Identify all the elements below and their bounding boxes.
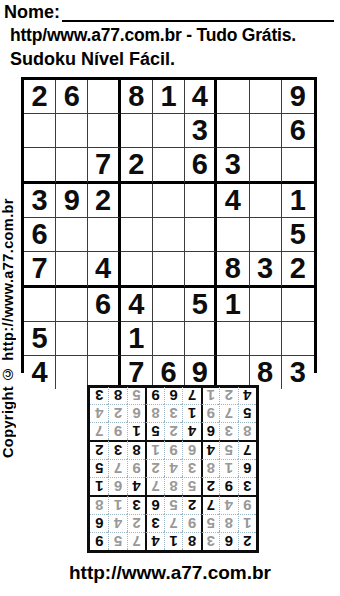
solution-cell-r9c4: 7 — [182, 387, 200, 404]
puzzle-cell-r5c9[interactable]: 5 — [282, 218, 314, 252]
solution-cell-r4c1: 3 — [238, 477, 256, 495]
puzzle-cell-r3c9[interactable] — [282, 148, 314, 184]
puzzle-cell-r8c9[interactable] — [282, 322, 314, 356]
solution-cell-r8c3: 9 — [201, 404, 219, 422]
puzzle-cell-r3c6[interactable]: 6 — [185, 148, 217, 184]
puzzle-cell-r4c6[interactable] — [185, 184, 217, 218]
puzzle-cell-r4c2[interactable]: 9 — [56, 184, 88, 218]
puzzle-cell-r7c6[interactable]: 5 — [185, 288, 217, 322]
puzzle-cell-r5c1[interactable]: 6 — [24, 218, 56, 252]
puzzle-cell-r2c2[interactable] — [56, 114, 88, 148]
solution-cell-r8c1: 5 — [238, 404, 256, 422]
solution-cell-r6c3: 4 — [201, 440, 219, 459]
solution-cell-r8c9: 4 — [90, 404, 108, 422]
solution-cell-r2c6: 3 — [145, 514, 163, 532]
puzzle-cell-r8c3[interactable] — [88, 322, 120, 356]
site-title: http/www.a77.com.br - Tudo Grátis. — [10, 25, 340, 46]
solution-cell-r4c4: 5 — [182, 477, 200, 495]
solution-cell-r2c2: 8 — [219, 514, 237, 532]
solution-cell-r7c2: 3 — [219, 422, 237, 440]
solution-cell-r3c8: 1 — [108, 495, 126, 514]
puzzle-cell-r8c7[interactable] — [217, 322, 249, 356]
solution-cell-r3c3: 7 — [201, 495, 219, 514]
puzzle-cell-r2c8[interactable] — [250, 114, 282, 148]
footer-url: http://www.a77.com.br — [0, 562, 340, 584]
puzzle-cell-r3c1[interactable] — [24, 148, 56, 184]
puzzle-cell-r3c2[interactable] — [56, 148, 88, 184]
solution-cell-r5c5: 4 — [164, 459, 182, 477]
puzzle-cell-r4c9[interactable]: 1 — [282, 184, 314, 218]
puzzle-cell-r1c1[interactable]: 2 — [24, 80, 56, 114]
puzzle-cell-r4c8[interactable] — [250, 184, 282, 218]
puzzle-cell-r1c2[interactable]: 6 — [56, 80, 88, 114]
puzzle-cell-r4c5[interactable] — [153, 184, 185, 218]
solution-cell-r7c8: 9 — [108, 422, 126, 440]
puzzle-cell-r7c9[interactable] — [282, 288, 314, 322]
solution-cell-r9c1: 4 — [238, 387, 256, 404]
puzzle-cell-r1c4[interactable]: 8 — [121, 80, 153, 114]
solution-cell-r2c5: 7 — [164, 514, 182, 532]
puzzle-cell-r5c8[interactable] — [250, 218, 282, 252]
puzzle-cell-r8c6[interactable] — [185, 322, 217, 356]
solution-cell-r6c6: 1 — [145, 440, 163, 459]
puzzle-cell-r6c4[interactable] — [121, 252, 153, 288]
sudoku-solution-grid: 2638147591859732469472563183925874616183… — [87, 385, 259, 553]
puzzle-cell-r7c7[interactable]: 1 — [217, 288, 249, 322]
solution-cell-r1c3: 3 — [201, 532, 219, 550]
name-row: Nome: — [4, 2, 334, 22]
solution-cell-r4c6: 7 — [145, 477, 163, 495]
solution-cell-r7c6: 5 — [145, 422, 163, 440]
solution-cell-r5c9: 5 — [90, 459, 108, 477]
solution-cell-r9c6: 9 — [145, 387, 163, 404]
puzzle-cell-r5c6[interactable] — [185, 218, 217, 252]
puzzle-cell-r3c8[interactable] — [250, 148, 282, 184]
solution-cell-r9c7: 5 — [127, 387, 145, 404]
solution-cell-r5c1: 6 — [238, 459, 256, 477]
puzzle-cell-r6c7[interactable]: 8 — [217, 252, 249, 288]
page-header: Nome: http/www.a77.com.br - Tudo Grátis.… — [0, 0, 340, 70]
solution-cell-r8c7: 6 — [127, 404, 145, 422]
puzzle-cell-r8c2[interactable] — [56, 322, 88, 356]
puzzle-cell-r6c2[interactable] — [56, 252, 88, 288]
solution-cell-r4c9: 1 — [90, 477, 108, 495]
puzzle-cell-r6c6[interactable] — [185, 252, 217, 288]
solution-cell-r5c4: 3 — [182, 459, 200, 477]
puzzle-cell-r6c8[interactable]: 3 — [250, 252, 282, 288]
puzzle-cell-r5c4[interactable] — [121, 218, 153, 252]
solution-cell-r7c5: 2 — [164, 422, 182, 440]
puzzle-cell-r5c7[interactable] — [217, 218, 249, 252]
puzzle-cell-r5c2[interactable] — [56, 218, 88, 252]
puzzle-cell-r4c4[interactable] — [121, 184, 153, 218]
solution-cell-r6c1: 7 — [238, 440, 256, 459]
puzzle-cell-r2c9[interactable]: 6 — [282, 114, 314, 148]
puzzle-cell-r9c2[interactable] — [56, 356, 88, 389]
puzzle-cell-r8c4[interactable]: 1 — [121, 322, 153, 356]
puzzle-cell-r6c5[interactable] — [153, 252, 185, 288]
solution-cell-r6c9: 2 — [90, 440, 108, 459]
solution-cell-r8c4: 1 — [182, 404, 200, 422]
solution-cell-r8c5: 3 — [164, 404, 182, 422]
solution-cell-r1c4: 8 — [182, 532, 200, 550]
solution-cell-r3c5: 5 — [164, 495, 182, 514]
puzzle-cell-r7c3[interactable]: 6 — [88, 288, 120, 322]
solution-cell-r8c2: 7 — [219, 404, 237, 422]
solution-cell-r5c3: 8 — [201, 459, 219, 477]
solution-cell-r2c8: 4 — [108, 514, 126, 532]
puzzle-cell-r7c5[interactable] — [153, 288, 185, 322]
solution-cell-r1c7: 7 — [127, 532, 145, 550]
puzzle-cell-r1c3[interactable] — [88, 80, 120, 114]
solution-cell-r1c2: 6 — [219, 532, 237, 550]
puzzle-cell-r4c1[interactable]: 3 — [24, 184, 56, 218]
solution-cell-r1c6: 4 — [145, 532, 163, 550]
solution-cell-r7c3: 6 — [201, 422, 219, 440]
sudoku-puzzle-grid: 268149367263392416574832645151476983 — [21, 77, 317, 373]
solution-cell-r4c2: 9 — [219, 477, 237, 495]
puzzle-cell-r7c1[interactable] — [24, 288, 56, 322]
puzzle-cell-r7c2[interactable] — [56, 288, 88, 322]
puzzle-cell-r2c4[interactable] — [121, 114, 153, 148]
solution-cell-r9c5: 6 — [164, 387, 182, 404]
solution-cell-r6c7: 8 — [127, 440, 145, 459]
name-label: Nome: — [4, 2, 60, 22]
solution-cell-r4c8: 6 — [108, 477, 126, 495]
solution-cell-r2c1: 1 — [238, 514, 256, 532]
puzzle-cell-r2c7[interactable] — [217, 114, 249, 148]
solution-cell-r6c8: 3 — [108, 440, 126, 459]
solution-cell-r4c7: 4 — [127, 477, 145, 495]
puzzle-cell-r8c8[interactable] — [250, 322, 282, 356]
puzzle-cell-r8c1[interactable]: 5 — [24, 322, 56, 356]
puzzle-cell-r1c8[interactable] — [250, 80, 282, 114]
puzzle-cell-r2c3[interactable] — [88, 114, 120, 148]
solution-cell-r9c3: 1 — [201, 387, 219, 404]
puzzle-cell-r6c9[interactable]: 2 — [282, 252, 314, 288]
puzzle-cell-r8c5[interactable] — [153, 322, 185, 356]
solution-cell-r9c2: 2 — [219, 387, 237, 404]
solution-cell-r3c1: 9 — [238, 495, 256, 514]
puzzle-cell-r2c5[interactable] — [153, 114, 185, 148]
puzzle-cell-r9c1[interactable]: 4 — [24, 356, 56, 389]
puzzle-cell-r6c3[interactable]: 4 — [88, 252, 120, 288]
solution-cell-r8c8: 2 — [108, 404, 126, 422]
solution-cell-r4c5: 8 — [164, 477, 182, 495]
solution-cell-r5c8: 7 — [108, 459, 126, 477]
solution-cell-r2c3: 5 — [201, 514, 219, 532]
solution-cell-r3c2: 4 — [219, 495, 237, 514]
solution-cell-r2c7: 2 — [127, 514, 145, 532]
solution-cell-r9c9: 3 — [90, 387, 108, 404]
puzzle-cell-r4c7[interactable]: 4 — [217, 184, 249, 218]
solution-cell-r6c2: 5 — [219, 440, 237, 459]
puzzle-cell-r2c6[interactable]: 3 — [185, 114, 217, 148]
solution-cell-r4c3: 2 — [201, 477, 219, 495]
solution-cell-r7c4: 4 — [182, 422, 200, 440]
solution-cell-r3c4: 2 — [182, 495, 200, 514]
solution-cell-r5c7: 9 — [127, 459, 145, 477]
puzzle-cell-r3c3[interactable]: 7 — [88, 148, 120, 184]
puzzle-cell-r5c5[interactable] — [153, 218, 185, 252]
solution-cell-r3c9: 8 — [90, 495, 108, 514]
puzzle-cell-r1c7[interactable] — [217, 80, 249, 114]
solution-cell-r1c1: 2 — [238, 532, 256, 550]
solution-cell-r2c9: 6 — [90, 514, 108, 532]
solution-cell-r7c9: 7 — [90, 422, 108, 440]
puzzle-cell-r3c5[interactable] — [153, 148, 185, 184]
puzzle-cell-r9c9[interactable]: 3 — [282, 356, 314, 389]
puzzle-cell-r4c3[interactable]: 2 — [88, 184, 120, 218]
puzzle-cell-r5c3[interactable] — [88, 218, 120, 252]
solution-cell-r7c7: 1 — [127, 422, 145, 440]
solution-cell-r8c6: 8 — [145, 404, 163, 422]
solution-cell-r1c8: 5 — [108, 532, 126, 550]
solution-cell-r7c1: 8 — [238, 422, 256, 440]
solution-cell-r5c6: 2 — [145, 459, 163, 477]
solution-cell-r9c8: 8 — [108, 387, 126, 404]
puzzle-cell-r1c6[interactable]: 4 — [185, 80, 217, 114]
solution-cell-r6c5: 9 — [164, 440, 182, 459]
puzzle-cell-r7c8[interactable] — [250, 288, 282, 322]
solution-cell-r1c5: 1 — [164, 532, 182, 550]
solution-cell-r1c9: 9 — [90, 532, 108, 550]
puzzle-cell-r1c5[interactable]: 1 — [153, 80, 185, 114]
solution-cell-r6c4: 6 — [182, 440, 200, 459]
name-underline — [62, 3, 334, 22]
puzzle-level-title: Sudoku Nível Fácil. — [10, 49, 340, 70]
solution-cell-r3c7: 3 — [127, 495, 145, 514]
puzzle-cell-r7c4[interactable]: 4 — [121, 288, 153, 322]
solution-cell-r2c4: 9 — [182, 514, 200, 532]
solution-cell-r5c2: 1 — [219, 459, 237, 477]
puzzle-cell-r3c7[interactable]: 3 — [217, 148, 249, 184]
puzzle-cell-r3c4[interactable]: 2 — [121, 148, 153, 184]
puzzle-cell-r6c1[interactable]: 7 — [24, 252, 56, 288]
copyright-vertical-text: Copyright © http://www.a77.com.br — [0, 78, 20, 458]
solution-cell-r3c6: 6 — [145, 495, 163, 514]
puzzle-cell-r2c1[interactable] — [24, 114, 56, 148]
puzzle-cell-r1c9[interactable]: 9 — [282, 80, 314, 114]
